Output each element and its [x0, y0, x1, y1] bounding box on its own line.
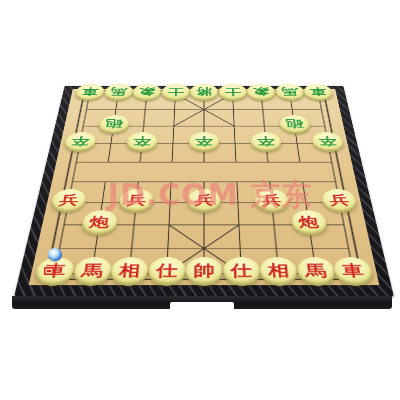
piece-character: 卒 [133, 136, 152, 147]
piece-character: 卒 [195, 136, 213, 147]
piece-character: 士 [167, 87, 184, 96]
piece-character: 馬 [81, 263, 105, 278]
piece-character: 兵 [58, 193, 80, 206]
xiangqi-piece-green-r0c6[interactable]: 象 [246, 84, 276, 100]
red-stamp-icon [44, 267, 54, 275]
piece-character: 將 [196, 87, 212, 96]
piece-character: 馬 [281, 87, 299, 96]
piece-character: 炮 [298, 215, 320, 228]
xiangqi-board: 車馬象士將士象馬車砲砲卒卒卒卒卒兵兵兵兵兵炮炮車馬相仕帥仕相馬車 [14, 86, 394, 297]
piece-character: 相 [118, 263, 141, 278]
piece-character: 車 [341, 263, 365, 278]
piece-character: 砲 [104, 119, 123, 129]
piece-character: 兵 [126, 193, 147, 206]
latch-notch [170, 302, 234, 309]
piece-character: 馬 [110, 87, 128, 96]
piece-character: 相 [267, 263, 290, 278]
board-grid [29, 89, 380, 285]
blue-round-logo-sticker [48, 248, 62, 261]
xiangqi-piece-green-r3c6[interactable]: 卒 [250, 132, 282, 150]
piece-character: 馬 [304, 263, 328, 278]
piece-character: 仕 [230, 263, 252, 278]
xiangqi-piece-red-r9c4[interactable]: 帥 [185, 257, 222, 284]
xiangqi-piece-green-r3c4[interactable]: 卒 [189, 132, 220, 150]
piece-character: 兵 [194, 193, 213, 206]
xiangqi-piece-red-r9c5[interactable]: 仕 [223, 257, 261, 284]
piece-character: 兵 [261, 193, 282, 206]
piece-character: 仕 [156, 263, 178, 278]
piece-character: 炮 [88, 215, 110, 228]
piece-character: 車 [309, 87, 327, 96]
xiangqi-piece-red-r6c4[interactable]: 兵 [187, 189, 221, 211]
piece-character: 車 [81, 87, 99, 96]
piece-character: 象 [138, 87, 155, 96]
piece-character: 帥 [193, 263, 214, 278]
case-base-edge [12, 296, 392, 309]
piece-character: 卒 [70, 136, 90, 147]
piece-character: 象 [253, 87, 270, 96]
product-photo-scene: 車馬象士將士象馬車砲砲卒卒卒卒卒兵兵兵兵兵炮炮車馬相仕帥仕相馬車 JD.COM … [0, 0, 400, 400]
piece-character: 卒 [318, 136, 338, 147]
piece-character: 士 [224, 87, 241, 96]
xiangqi-piece-green-r0c4[interactable]: 將 [190, 84, 219, 100]
piece-character: 砲 [285, 119, 304, 129]
xiangqi-piece-green-r0c5[interactable]: 士 [218, 84, 247, 100]
piece-character: 卒 [257, 136, 276, 147]
board-surface [29, 89, 380, 285]
piece-character: 兵 [328, 193, 350, 206]
